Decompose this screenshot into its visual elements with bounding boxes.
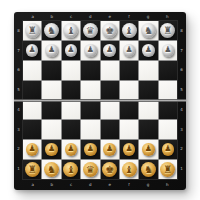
piece-white-bishop-c1[interactable]: ♝ [63, 162, 78, 177]
square-f2[interactable]: ♟ [120, 140, 138, 159]
square-a2[interactable]: ♟ [23, 140, 41, 159]
rank-label-5: 5 [179, 80, 185, 100]
square-a1[interactable]: ♜ [23, 160, 41, 179]
piece-black-pawn-b7[interactable]: ♟ [45, 44, 58, 57]
rank-label-6: 6 [16, 61, 22, 81]
square-g2[interactable]: ♟ [139, 140, 157, 159]
square-e3[interactable] [101, 120, 119, 139]
bishop-glyph: ♝ [125, 162, 134, 177]
square-f8[interactable]: ♝ [120, 21, 138, 40]
piece-black-pawn-g7[interactable]: ♟ [142, 44, 155, 57]
piece-white-pawn-b2[interactable]: ♟ [45, 143, 58, 156]
square-b3[interactable] [42, 120, 60, 139]
square-c1[interactable]: ♝ [62, 160, 80, 179]
piece-black-bishop-f8[interactable]: ♝ [122, 23, 137, 38]
square-d4[interactable] [81, 101, 99, 120]
square-c7[interactable]: ♟ [62, 41, 80, 60]
piece-black-pawn-f7[interactable]: ♟ [123, 44, 136, 57]
square-d7[interactable]: ♟ [81, 41, 99, 60]
knight-glyph: ♞ [47, 162, 56, 177]
square-g3[interactable] [139, 120, 157, 139]
piece-white-pawn-d2[interactable]: ♟ [84, 143, 97, 156]
square-c8[interactable]: ♝ [62, 21, 80, 40]
piece-black-rook-a8[interactable]: ♜ [25, 23, 40, 38]
pawn-glyph: ♟ [87, 44, 94, 57]
file-label-a: a [23, 14, 42, 20]
file-label-b: b [42, 14, 61, 20]
king-glyph: ♚ [105, 162, 114, 177]
square-h8[interactable]: ♜ [159, 21, 177, 40]
rank-label-1: 1 [179, 159, 185, 179]
file-label-d: d [81, 14, 100, 20]
rank-label-2: 2 [16, 140, 22, 160]
bishop-glyph: ♝ [66, 162, 75, 177]
piece-white-rook-a1[interactable]: ♜ [25, 162, 40, 177]
file-label-e: e [100, 182, 119, 188]
square-g1[interactable]: ♞ [139, 160, 157, 179]
square-a3[interactable] [23, 120, 41, 139]
file-label-e: e [100, 14, 119, 20]
square-h5[interactable] [159, 81, 177, 100]
square-g4[interactable] [139, 101, 157, 120]
square-b2[interactable]: ♟ [42, 140, 60, 159]
rank-label-5: 5 [16, 80, 22, 100]
square-h7[interactable]: ♟ [159, 41, 177, 60]
square-b8[interactable]: ♞ [42, 21, 60, 40]
piece-white-pawn-e2[interactable]: ♟ [103, 143, 116, 156]
file-label-f: f [119, 182, 138, 188]
pawn-glyph: ♟ [145, 44, 152, 57]
knight-glyph: ♞ [47, 23, 56, 38]
rank-label-4: 4 [16, 100, 22, 120]
pawn-glyph: ♟ [106, 44, 113, 57]
square-f1[interactable]: ♝ [120, 160, 138, 179]
file-label-f: f [119, 14, 138, 20]
file-label-a: a [23, 182, 42, 188]
rank-label-3: 3 [179, 120, 185, 140]
piece-black-pawn-c7[interactable]: ♟ [65, 44, 78, 57]
square-g8[interactable]: ♞ [139, 21, 157, 40]
file-label-b: b [42, 182, 61, 188]
pawn-glyph: ♟ [125, 143, 132, 156]
piece-black-knight-b8[interactable]: ♞ [44, 23, 59, 38]
square-f3[interactable] [120, 120, 138, 139]
square-a7[interactable]: ♟ [23, 41, 41, 60]
square-c5[interactable] [62, 81, 80, 100]
square-e6[interactable] [101, 61, 119, 80]
square-d1[interactable]: ♛ [81, 160, 99, 179]
square-e7[interactable]: ♟ [101, 41, 119, 60]
file-labels-bottom: abcdefgh [23, 182, 177, 188]
piece-white-queen-d1[interactable]: ♛ [83, 162, 98, 177]
rank-label-1: 1 [16, 159, 22, 179]
square-e4[interactable] [101, 101, 119, 120]
square-e8[interactable]: ♚ [101, 21, 119, 40]
square-h4[interactable] [159, 101, 177, 120]
piece-black-knight-g8[interactable]: ♞ [141, 23, 156, 38]
rook-glyph: ♜ [163, 162, 172, 177]
square-e1[interactable]: ♚ [101, 160, 119, 179]
rook-glyph: ♜ [163, 23, 172, 38]
rank-label-7: 7 [179, 41, 185, 61]
square-b6[interactable] [42, 61, 60, 80]
piece-black-pawn-d7[interactable]: ♟ [84, 44, 97, 57]
square-h2[interactable]: ♟ [159, 140, 177, 159]
piece-white-knight-g1[interactable]: ♞ [141, 162, 156, 177]
bishop-glyph: ♝ [125, 23, 134, 38]
square-d6[interactable] [81, 61, 99, 80]
piece-white-king-e1[interactable]: ♚ [102, 162, 117, 177]
rank-label-8: 8 [16, 21, 22, 41]
square-h6[interactable] [159, 61, 177, 80]
square-c4[interactable] [62, 101, 80, 120]
product-photo: abcdefgh abcdefgh 87654321 87654321 ♜♞♝♛… [0, 0, 200, 200]
square-c2[interactable]: ♟ [62, 140, 80, 159]
knight-glyph: ♞ [144, 162, 153, 177]
file-label-g: g [139, 182, 158, 188]
pawn-glyph: ♟ [48, 143, 55, 156]
file-label-g: g [139, 14, 158, 20]
square-e2[interactable]: ♟ [101, 140, 119, 159]
pawn-glyph: ♟ [29, 143, 36, 156]
file-label-h: h [158, 14, 177, 20]
piece-black-pawn-h7[interactable]: ♟ [162, 44, 175, 57]
square-b7[interactable]: ♟ [42, 41, 60, 60]
square-b4[interactable] [42, 101, 60, 120]
queen-glyph: ♛ [86, 162, 95, 177]
square-f4[interactable] [120, 101, 138, 120]
square-c6[interactable] [62, 61, 80, 80]
pawn-glyph: ♟ [164, 44, 171, 57]
rank-label-3: 3 [16, 120, 22, 140]
square-a4[interactable] [23, 101, 41, 120]
bishop-glyph: ♝ [66, 23, 75, 38]
square-a6[interactable] [23, 61, 41, 80]
pawn-glyph: ♟ [125, 44, 132, 57]
pawn-glyph: ♟ [48, 44, 55, 57]
file-label-c: c [62, 14, 81, 20]
piece-black-pawn-a7[interactable]: ♟ [26, 44, 39, 57]
pawn-glyph: ♟ [164, 143, 171, 156]
piece-black-pawn-e7[interactable]: ♟ [103, 44, 116, 57]
piece-white-knight-b1[interactable]: ♞ [44, 162, 59, 177]
pawn-glyph: ♟ [145, 143, 152, 156]
square-b1[interactable]: ♞ [42, 160, 60, 179]
square-d3[interactable] [81, 120, 99, 139]
rank-label-4: 4 [179, 100, 185, 120]
piece-white-bishop-f1[interactable]: ♝ [122, 162, 137, 177]
square-e5[interactable] [101, 81, 119, 100]
piece-white-pawn-g2[interactable]: ♟ [142, 143, 155, 156]
pawn-glyph: ♟ [87, 143, 94, 156]
square-h3[interactable] [159, 120, 177, 139]
rank-label-7: 7 [16, 41, 22, 61]
pawn-glyph: ♟ [106, 143, 113, 156]
rank-label-6: 6 [179, 61, 185, 81]
square-d5[interactable] [81, 81, 99, 100]
file-label-d: d [81, 182, 100, 188]
square-g5[interactable] [139, 81, 157, 100]
square-h1[interactable]: ♜ [159, 160, 177, 179]
rank-label-8: 8 [179, 21, 185, 41]
square-g6[interactable] [139, 61, 157, 80]
board-fold-seam [14, 99, 186, 102]
pawn-glyph: ♟ [67, 44, 74, 57]
king-glyph: ♚ [105, 23, 114, 38]
file-labels-top: abcdefgh [23, 14, 177, 20]
rank-label-2: 2 [179, 140, 185, 160]
square-f5[interactable] [120, 81, 138, 100]
rook-glyph: ♜ [28, 23, 37, 38]
piece-black-king-e8[interactable]: ♚ [102, 23, 117, 38]
file-label-c: c [62, 182, 81, 188]
square-a5[interactable] [23, 81, 41, 100]
pawn-glyph: ♟ [29, 44, 36, 57]
piece-white-pawn-c2[interactable]: ♟ [65, 143, 78, 156]
square-c3[interactable] [62, 120, 80, 139]
square-b5[interactable] [42, 81, 60, 100]
square-d2[interactable]: ♟ [81, 140, 99, 159]
knight-glyph: ♞ [144, 23, 153, 38]
piece-black-bishop-c8[interactable]: ♝ [63, 23, 78, 38]
pawn-glyph: ♟ [67, 143, 74, 156]
piece-white-pawn-f2[interactable]: ♟ [123, 143, 136, 156]
square-f7[interactable]: ♟ [120, 41, 138, 60]
piece-white-pawn-a2[interactable]: ♟ [26, 143, 39, 156]
rook-glyph: ♜ [28, 162, 37, 177]
queen-glyph: ♛ [86, 23, 95, 38]
square-f6[interactable] [120, 61, 138, 80]
square-g7[interactable]: ♟ [139, 41, 157, 60]
piece-white-pawn-h2[interactable]: ♟ [162, 143, 175, 156]
chess-board: abcdefgh abcdefgh 87654321 87654321 ♜♞♝♛… [14, 12, 186, 190]
piece-black-rook-h8[interactable]: ♜ [160, 23, 175, 38]
square-a8[interactable]: ♜ [23, 21, 41, 40]
square-d8[interactable]: ♛ [81, 21, 99, 40]
file-label-h: h [158, 182, 177, 188]
piece-white-rook-h1[interactable]: ♜ [160, 162, 175, 177]
piece-black-queen-d8[interactable]: ♛ [83, 23, 98, 38]
